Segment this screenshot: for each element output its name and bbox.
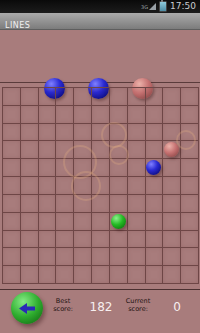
board-cell[interactable]	[128, 106, 146, 124]
board-cell[interactable]	[163, 124, 181, 142]
board-cell[interactable]	[181, 88, 199, 106]
board-cell[interactable]	[21, 231, 39, 249]
board-cell[interactable]	[56, 177, 74, 195]
board-cell[interactable]	[146, 159, 164, 177]
board-cell[interactable]	[163, 248, 181, 266]
board-cell[interactable]	[146, 231, 164, 249]
board-cell[interactable]	[146, 266, 164, 284]
board-cell[interactable]	[39, 124, 57, 142]
board-cell[interactable]	[21, 195, 39, 213]
board-cell[interactable]	[128, 88, 146, 106]
left-arrow-icon	[17, 302, 37, 315]
board-cell[interactable]	[146, 106, 164, 124]
board-cell[interactable]	[92, 141, 110, 159]
board-cell[interactable]	[110, 231, 128, 249]
board-cell[interactable]	[92, 106, 110, 124]
board-cell[interactable]	[21, 124, 39, 142]
board-area	[0, 83, 200, 289]
red-ball[interactable]	[164, 142, 179, 157]
board-cell[interactable]	[39, 88, 57, 106]
app-screen: 3G 17:50 LINES Best score: 182 Current s…	[0, 0, 200, 333]
board-cell[interactable]	[146, 248, 164, 266]
title-bar: LINES	[0, 13, 200, 30]
board-cell[interactable]	[39, 248, 57, 266]
board-cell[interactable]	[92, 88, 110, 106]
board-cell[interactable]	[56, 159, 74, 177]
board-cell[interactable]	[110, 248, 128, 266]
board-cell[interactable]	[163, 266, 181, 284]
board-cell[interactable]	[39, 213, 57, 231]
board-cell[interactable]	[39, 177, 57, 195]
board-cell[interactable]	[74, 195, 92, 213]
board-cell[interactable]	[146, 177, 164, 195]
board-cell[interactable]	[181, 159, 199, 177]
board-cell[interactable]	[21, 177, 39, 195]
board-cell[interactable]	[21, 159, 39, 177]
board-cell[interactable]	[3, 231, 21, 249]
board-cell[interactable]	[163, 106, 181, 124]
board-cell[interactable]	[39, 195, 57, 213]
board-cell[interactable]	[163, 141, 181, 159]
board-cell[interactable]	[146, 195, 164, 213]
board-cell[interactable]	[128, 124, 146, 142]
board-cell[interactable]	[92, 159, 110, 177]
green-ball[interactable]	[111, 214, 126, 229]
board-cell[interactable]	[110, 266, 128, 284]
board-cell[interactable]	[56, 248, 74, 266]
board-cell[interactable]	[3, 159, 21, 177]
board-cell[interactable]	[39, 266, 57, 284]
board-cell[interactable]	[74, 248, 92, 266]
board-cell[interactable]	[3, 124, 21, 142]
board-cell[interactable]	[3, 106, 21, 124]
current-score-value: 0	[163, 300, 191, 314]
board-cell[interactable]	[181, 177, 199, 195]
board-cell[interactable]	[92, 177, 110, 195]
board-cell[interactable]	[3, 141, 21, 159]
board-cell[interactable]	[146, 213, 164, 231]
board-cell[interactable]	[110, 177, 128, 195]
board-cell[interactable]	[128, 231, 146, 249]
board-cell[interactable]	[146, 124, 164, 142]
board-cell[interactable]	[56, 266, 74, 284]
board-cell[interactable]	[181, 213, 199, 231]
status-bar: 3G 17:50	[0, 0, 200, 13]
board-cell[interactable]	[39, 231, 57, 249]
board-cell[interactable]	[92, 231, 110, 249]
board-cell[interactable]	[74, 88, 92, 106]
status-clock: 17:50	[170, 0, 196, 13]
board-cell[interactable]	[92, 248, 110, 266]
board-cell[interactable]	[163, 177, 181, 195]
best-score-label: Best score:	[47, 298, 79, 313]
board-cell[interactable]	[21, 266, 39, 284]
board-cell[interactable]	[163, 88, 181, 106]
board-cell[interactable]	[56, 195, 74, 213]
board-cell[interactable]	[128, 141, 146, 159]
current-score-label: Current score:	[120, 298, 156, 313]
blue-ball[interactable]	[146, 160, 161, 175]
board-cell[interactable]	[74, 177, 92, 195]
game-board	[2, 87, 199, 284]
board-cell[interactable]	[146, 88, 164, 106]
board-cell[interactable]	[56, 231, 74, 249]
board-cell[interactable]	[128, 195, 146, 213]
board-cell[interactable]	[74, 266, 92, 284]
board-cell[interactable]	[163, 159, 181, 177]
board-cell[interactable]	[39, 159, 57, 177]
app-title: LINES	[0, 21, 30, 30]
board-cell[interactable]	[181, 124, 199, 142]
board-cell[interactable]	[3, 266, 21, 284]
board-cell[interactable]	[128, 266, 146, 284]
board-cell[interactable]	[163, 195, 181, 213]
score-bar: Best score: 182 Current score: 0	[0, 289, 200, 333]
board-cell[interactable]	[181, 266, 199, 284]
board-cell[interactable]	[92, 266, 110, 284]
board-cell[interactable]	[56, 213, 74, 231]
board-cell[interactable]	[181, 231, 199, 249]
board-cell[interactable]	[3, 177, 21, 195]
board-cell[interactable]	[181, 106, 199, 124]
battery-icon	[159, 1, 167, 12]
board-cell[interactable]	[128, 177, 146, 195]
board-cell[interactable]	[21, 248, 39, 266]
board-cell[interactable]	[3, 88, 21, 106]
board-cell[interactable]	[3, 213, 21, 231]
board-cell[interactable]	[146, 141, 164, 159]
board-cell[interactable]	[110, 213, 128, 231]
board-cell[interactable]	[74, 124, 92, 142]
board-cell[interactable]	[74, 231, 92, 249]
best-score-value: 182	[84, 300, 118, 314]
next-balls-preview	[0, 30, 200, 83]
board-cell[interactable]	[21, 88, 39, 106]
board-cell[interactable]	[74, 141, 92, 159]
board-cell[interactable]	[3, 195, 21, 213]
board-cell[interactable]	[110, 195, 128, 213]
board-cell[interactable]	[110, 88, 128, 106]
board-cell[interactable]	[74, 159, 92, 177]
board-cell[interactable]	[21, 106, 39, 124]
signal-icon: 3G	[141, 3, 156, 10]
board-cell[interactable]	[181, 248, 199, 266]
board-cell[interactable]	[56, 106, 74, 124]
board-cell[interactable]	[110, 159, 128, 177]
board-cell[interactable]	[21, 213, 39, 231]
board-cell[interactable]	[3, 248, 21, 266]
board-cell[interactable]	[181, 141, 199, 159]
board-cell[interactable]	[56, 88, 74, 106]
board-cell[interactable]	[92, 195, 110, 213]
board-cell[interactable]	[128, 213, 146, 231]
board-cell[interactable]	[163, 213, 181, 231]
board-cell[interactable]	[56, 141, 74, 159]
board-cell[interactable]	[110, 141, 128, 159]
board-cell[interactable]	[110, 106, 128, 124]
network-type-label: 3G	[141, 5, 148, 10]
board-cell[interactable]	[39, 106, 57, 124]
board-cell[interactable]	[21, 141, 39, 159]
board-cell[interactable]	[39, 141, 57, 159]
board-cell[interactable]	[163, 231, 181, 249]
board-cell[interactable]	[92, 213, 110, 231]
board-cell[interactable]	[56, 124, 74, 142]
board-cell[interactable]	[74, 106, 92, 124]
signal-triangle-icon	[149, 3, 156, 10]
undo-button[interactable]	[11, 292, 43, 324]
board-cell[interactable]	[110, 124, 128, 142]
board-cell[interactable]	[128, 248, 146, 266]
board-cell[interactable]	[74, 213, 92, 231]
board-cell[interactable]	[128, 159, 146, 177]
board-cell[interactable]	[181, 195, 199, 213]
board-cell[interactable]	[92, 124, 110, 142]
